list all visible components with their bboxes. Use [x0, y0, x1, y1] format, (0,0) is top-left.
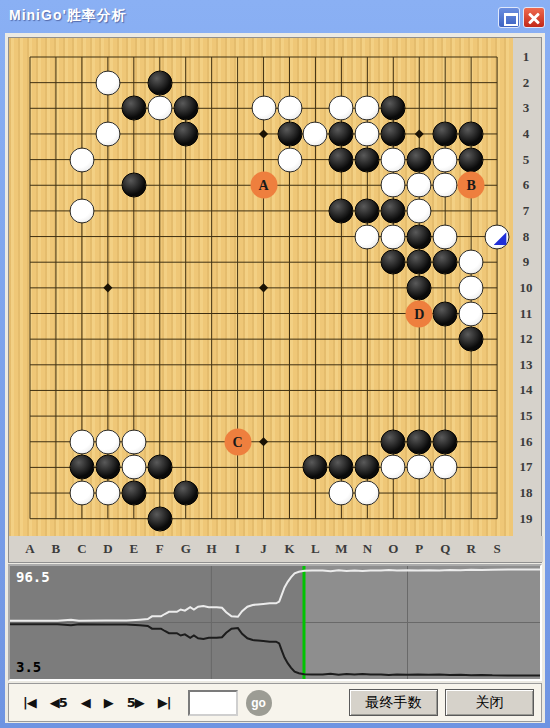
row-label: 7 [523, 203, 530, 219]
column-label: N [363, 541, 372, 557]
column-label: J [260, 541, 267, 557]
white-stone [381, 455, 406, 480]
black-stone [381, 429, 406, 454]
white-stone [69, 481, 94, 506]
row-label: 13 [520, 357, 533, 373]
black-stone [381, 198, 406, 223]
maximize-icon [504, 13, 518, 26]
black-stone [173, 481, 198, 506]
row-label: 3 [523, 100, 530, 116]
analysis-marker-B[interactable]: B [458, 172, 485, 199]
white-stone [121, 429, 146, 454]
black-stone [355, 147, 380, 172]
white-stone [355, 224, 380, 249]
white-stone [381, 224, 406, 249]
black-stone [355, 455, 380, 480]
black-stone [459, 327, 484, 352]
row-label: 17 [520, 459, 533, 475]
winrate-graph [10, 566, 540, 679]
black-stone [95, 455, 120, 480]
black-stone [355, 198, 380, 223]
black-stone [433, 121, 458, 146]
goban[interactable]: ABCD [9, 38, 514, 536]
column-coordinates: ABCDEFGHIJKLMNOPQRS [9, 536, 543, 562]
white-stone [459, 275, 484, 300]
white-stone [355, 121, 380, 146]
row-label: 10 [520, 280, 533, 296]
black-stone [433, 250, 458, 275]
column-label: C [77, 541, 86, 557]
column-label: R [466, 541, 475, 557]
white-stone [69, 429, 94, 454]
white-stone [381, 147, 406, 172]
black-stone [459, 121, 484, 146]
column-label: P [415, 541, 423, 557]
row-label: 1 [523, 49, 530, 65]
row-label: 12 [520, 331, 533, 347]
black-stone [147, 455, 172, 480]
white-stone [381, 173, 406, 198]
star-point [415, 129, 424, 138]
black-stone [329, 455, 354, 480]
white-stone [69, 198, 94, 223]
column-label: L [311, 541, 320, 557]
black-stone [329, 121, 354, 146]
black-stone [381, 121, 406, 146]
black-stone [407, 429, 432, 454]
black-stone [433, 429, 458, 454]
close-button[interactable] [523, 7, 545, 28]
titlebar[interactable]: MiniGo'胜率分析 [0, 0, 550, 33]
back-1-move-button[interactable]: ◀ [81, 695, 90, 710]
white-stone [407, 455, 432, 480]
white-stone [95, 481, 120, 506]
white-stone [121, 455, 146, 480]
row-coordinates: 12345678910111213141516171819 [513, 38, 541, 536]
white-stone [485, 224, 510, 249]
star-point [259, 283, 268, 292]
column-label: O [388, 541, 398, 557]
column-label: E [129, 541, 138, 557]
black-stone [329, 198, 354, 223]
white-stone [407, 173, 432, 198]
black-stone [381, 250, 406, 275]
row-label: 15 [520, 408, 533, 424]
row-label: 9 [523, 254, 530, 270]
first-move-button[interactable]: |◀ [23, 695, 36, 710]
final-moves-button[interactable]: 最终手数 [349, 689, 438, 716]
row-label: 4 [523, 126, 530, 142]
forward-5-moves-button[interactable]: 5▶ [127, 695, 144, 710]
white-stone [355, 481, 380, 506]
row-label: 11 [520, 306, 532, 322]
star-point [103, 283, 112, 292]
column-label: S [493, 541, 500, 557]
black-stone [433, 301, 458, 326]
black-stone [121, 173, 146, 198]
column-label: I [235, 541, 240, 557]
column-label: M [335, 541, 347, 557]
white-stone [329, 96, 354, 121]
row-label: 6 [523, 177, 530, 193]
white-stone [433, 455, 458, 480]
row-label: 14 [520, 382, 533, 398]
white-stone [433, 147, 458, 172]
column-label: G [181, 541, 191, 557]
black-winrate-label: 3.5 [16, 659, 41, 675]
row-label: 18 [520, 485, 533, 501]
column-label: B [52, 541, 61, 557]
column-label: H [207, 541, 217, 557]
white-stone [355, 96, 380, 121]
row-label: 19 [520, 511, 533, 527]
white-stone [459, 250, 484, 275]
analysis-marker-A[interactable]: A [250, 172, 277, 199]
column-label: F [156, 541, 164, 557]
white-stone [329, 481, 354, 506]
black-stone [407, 275, 432, 300]
white-stone [277, 147, 302, 172]
forward-1-move-button[interactable]: ▶ [104, 695, 113, 710]
white-stone [251, 96, 276, 121]
black-stone [277, 121, 302, 146]
star-point [259, 129, 268, 138]
star-point [259, 437, 268, 446]
last-move-triangle-icon [494, 232, 507, 245]
black-stone [121, 481, 146, 506]
maximize-button[interactable] [498, 7, 520, 28]
row-label: 5 [523, 152, 530, 168]
white-stone [69, 147, 94, 172]
column-label: D [103, 541, 112, 557]
move-number-input[interactable] [188, 690, 238, 716]
white-winrate-label: 96.5 [16, 569, 50, 585]
analysis-marker-D[interactable]: D [406, 300, 433, 327]
black-stone [407, 250, 432, 275]
black-stone [121, 96, 146, 121]
minigo-window: MiniGo'胜率分析 ABCD 12345678910111213141516… [0, 0, 550, 728]
white-stone [433, 224, 458, 249]
black-stone [173, 96, 198, 121]
black-stone [459, 147, 484, 172]
window-title: MiniGo'胜率分析 [9, 7, 127, 25]
row-label: 2 [523, 75, 530, 91]
analysis-marker-C[interactable]: C [224, 428, 251, 455]
black-stone [147, 70, 172, 95]
black-stone [69, 455, 94, 480]
white-stone [277, 96, 302, 121]
close-dialog-button[interactable]: 关闭 [445, 689, 534, 716]
board-panel: ABCD 12345678910111213141516171819 ABCDE… [8, 37, 542, 563]
back-5-moves-button[interactable]: ◀5 [50, 695, 67, 710]
black-stone [329, 147, 354, 172]
last-move-button[interactable]: ▶| [158, 695, 171, 710]
go-button[interactable]: go [246, 690, 272, 716]
black-stone [381, 96, 406, 121]
winrate-graph-panel[interactable]: 96.5 3.5 [8, 564, 542, 681]
column-label: Q [440, 541, 450, 557]
window-content: ABCD 12345678910111213141516171819 ABCDE… [5, 33, 545, 723]
white-stone [95, 429, 120, 454]
control-bar: |◀ ◀5 ◀ ▶ 5▶ ▶| go 最终手数 关闭 [8, 683, 542, 722]
row-label: 16 [520, 434, 533, 450]
white-stone [303, 121, 328, 146]
black-stone [147, 506, 172, 531]
white-stone [147, 96, 172, 121]
black-stone [173, 121, 198, 146]
white-stone [459, 301, 484, 326]
black-stone [407, 147, 432, 172]
black-stone [303, 455, 328, 480]
white-stone [95, 121, 120, 146]
column-label: A [25, 541, 34, 557]
white-stone [407, 198, 432, 223]
column-label: K [284, 541, 294, 557]
black-stone [407, 224, 432, 249]
white-stone [433, 173, 458, 198]
white-stone [95, 70, 120, 95]
row-label: 8 [523, 229, 530, 245]
